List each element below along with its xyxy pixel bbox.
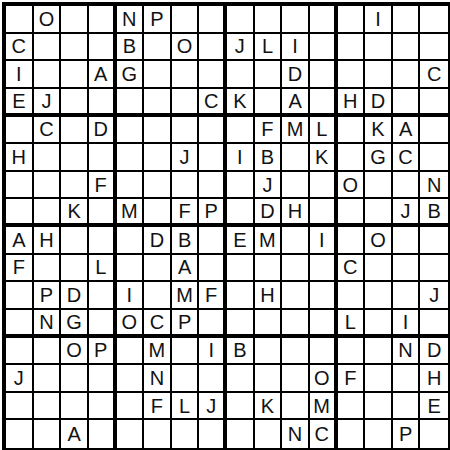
cell-r12c7-given-P: P [172,310,200,338]
cell-r7c7-empty[interactable] [172,172,200,200]
cell-r1c6-given-P: P [144,6,172,34]
cell-r13c11-empty[interactable] [282,338,310,366]
cell-r2c11-given-I: I [282,34,310,62]
cell-r7c13-given-O: O [338,172,366,200]
cell-r6c14-given-G: G [365,144,393,172]
cell-r2c14-empty[interactable] [365,34,393,62]
cell-r5c7-empty[interactable] [172,117,200,145]
cell-r1c3-empty[interactable] [61,6,89,34]
cell-r5c10-given-F: F [255,117,283,145]
cell-r12c14-empty[interactable] [365,310,393,338]
cell-r6c8-empty[interactable] [199,144,227,172]
cell-r13c8-given-I: I [199,338,227,366]
cell-r2c6-empty[interactable] [144,34,172,62]
cell-r10c2-empty[interactable] [34,255,62,283]
cell-r6c2-empty[interactable] [34,144,62,172]
cell-r8c12-empty[interactable] [310,199,338,227]
cell-r5c8-empty[interactable] [199,117,227,145]
cell-r12c5-given-O: O [117,310,145,338]
cell-r9c9-given-E: E [227,227,255,255]
cell-r2c5-given-B: B [117,34,145,62]
cell-r15c1-empty[interactable] [6,393,34,421]
cell-r5c1-empty[interactable] [6,117,34,145]
cell-r1c11-empty[interactable] [282,6,310,34]
cell-r11c14-empty[interactable] [365,282,393,310]
cell-r2c1-given-C: C [6,34,34,62]
cell-r11c15-empty[interactable] [393,282,421,310]
cell-r9c16-empty[interactable] [420,227,448,255]
cell-r5c6-empty[interactable] [144,117,172,145]
cell-r16c3-given-A: A [61,420,89,448]
cell-r16c4-empty[interactable] [89,420,117,448]
cell-r11c13-empty[interactable] [338,282,366,310]
cell-r13c1-empty[interactable] [6,338,34,366]
cell-r3c14-empty[interactable] [365,61,393,89]
cell-r1c1-empty[interactable] [6,6,34,34]
cell-r10c16-empty[interactable] [420,255,448,283]
cell-r6c13-empty[interactable] [338,144,366,172]
cell-r8c13-empty[interactable] [338,199,366,227]
cell-r9c2-given-H: H [34,227,62,255]
cell-r11c8-given-F: F [199,282,227,310]
cell-r10c1-given-F: F [6,255,34,283]
cell-r12c3-given-G: G [61,310,89,338]
cell-r14c4-empty[interactable] [89,365,117,393]
cell-r3c9-empty[interactable] [227,61,255,89]
cell-r14c2-empty[interactable] [34,365,62,393]
cell-r5c5-empty[interactable] [117,117,145,145]
cell-r13c9-given-B: B [227,338,255,366]
cell-r3c6-empty[interactable] [144,61,172,89]
cell-r9c6-given-D: D [144,227,172,255]
cell-r15c16-given-E: E [420,393,448,421]
cell-r11c9-empty[interactable] [227,282,255,310]
cell-r14c12-given-O: O [310,365,338,393]
cell-r3c13-empty[interactable] [338,61,366,89]
cell-r8c10-given-D: D [255,199,283,227]
cell-r4c3-empty[interactable] [61,89,89,117]
cell-r13c2-empty[interactable] [34,338,62,366]
cell-r2c13-empty[interactable] [338,34,366,62]
cell-r2c2-empty[interactable] [34,34,62,62]
cell-r4c16-empty[interactable] [420,89,448,117]
cell-r11c7-given-M: M [172,282,200,310]
cell-r8c3-given-K: K [61,199,89,227]
cell-r12c2-given-N: N [34,310,62,338]
cell-r14c16-given-H: H [420,365,448,393]
cell-r2c8-empty[interactable] [199,34,227,62]
cell-r14c13-given-F: F [338,365,366,393]
cell-r14c14-empty[interactable] [365,365,393,393]
cell-r4c4-empty[interactable] [89,89,117,117]
cell-r2c15-empty[interactable] [393,34,421,62]
cell-r10c6-empty[interactable] [144,255,172,283]
cell-r11c6-empty[interactable] [144,282,172,310]
cell-r2c7-given-O: O [172,34,200,62]
cell-r15c10-given-K: K [255,393,283,421]
cell-r8c11-given-H: H [282,199,310,227]
cell-r15c2-empty[interactable] [34,393,62,421]
cell-r16c6-empty[interactable] [144,420,172,448]
cell-r9c1-given-A: A [6,227,34,255]
cell-r14c11-empty[interactable] [282,365,310,393]
cell-r13c12-empty[interactable] [310,338,338,366]
cell-r2c3-empty[interactable] [61,34,89,62]
cell-r8c9-empty[interactable] [227,199,255,227]
cell-r4c1-given-E: E [6,89,34,117]
cell-r11c11-empty[interactable] [282,282,310,310]
cell-r1c12-empty[interactable] [310,6,338,34]
cell-r11c2-given-P: P [34,282,62,310]
cell-r15c7-given-L: L [172,393,200,421]
cell-r10c9-empty[interactable] [227,255,255,283]
cell-r13c4-given-P: P [89,338,117,366]
cell-r13c16-given-D: D [420,338,448,366]
cell-r15c3-empty[interactable] [61,393,89,421]
cell-r1c14-given-I: I [365,6,393,34]
cell-r5c14-given-K: K [365,117,393,145]
cell-r8c4-empty[interactable] [89,199,117,227]
cell-r5c11-given-M: M [282,117,310,145]
cell-r3c7-empty[interactable] [172,61,200,89]
cell-r8c15-given-J: J [393,199,421,227]
cell-r15c4-empty[interactable] [89,393,117,421]
cell-r4c2-given-J: J [34,89,62,117]
cell-r7c6-empty[interactable] [144,172,172,200]
cell-r2c10-given-L: L [255,34,283,62]
cell-r2c4-empty[interactable] [89,34,117,62]
cell-r4c11-given-A: A [282,89,310,117]
cell-r7c16-given-N: N [420,172,448,200]
cell-r10c3-empty[interactable] [61,255,89,283]
cell-r4c10-empty[interactable] [255,89,283,117]
cell-r1c15-empty[interactable] [393,6,421,34]
cell-r13c5-empty[interactable] [117,338,145,366]
cell-r10c12-empty[interactable] [310,255,338,283]
cell-r9c3-empty[interactable] [61,227,89,255]
cell-r3c2-empty[interactable] [34,61,62,89]
cell-r5c16-empty[interactable] [420,117,448,145]
cell-r9c8-empty[interactable] [199,227,227,255]
cell-r3c5-given-G: G [117,61,145,89]
cell-r3c4-given-A: A [89,61,117,89]
cell-r9c14-given-O: O [365,227,393,255]
cell-r6c16-empty[interactable] [420,144,448,172]
cell-r5c2-given-C: C [34,117,62,145]
cell-r11c4-empty[interactable] [89,282,117,310]
cell-r15c8-given-J: J [199,393,227,421]
cell-r12c16-empty[interactable] [420,310,448,338]
cell-r16c8-empty[interactable] [199,420,227,448]
cell-r5c9-empty[interactable] [227,117,255,145]
cell-r3c8-empty[interactable] [199,61,227,89]
cell-r8c2-empty[interactable] [34,199,62,227]
cell-r4c7-empty[interactable] [172,89,200,117]
cell-r10c7-given-A: A [172,255,200,283]
cell-r8c8-given-P: P [199,199,227,227]
cell-r10c10-empty[interactable] [255,255,283,283]
cell-r7c5-empty[interactable] [117,172,145,200]
cell-r6c4-empty[interactable] [89,144,117,172]
sudoku-board: ONPICBOJLIIAGDCEJCKAHDCDFMLKAHJIBKGCFJON… [2,2,450,450]
cell-r7c2-empty[interactable] [34,172,62,200]
cell-r1c4-empty[interactable] [89,6,117,34]
cell-r2c16-empty[interactable] [420,34,448,62]
cell-r1c2-given-O: O [34,6,62,34]
cell-r4c9-given-K: K [227,89,255,117]
cell-r13c6-given-M: M [144,338,172,366]
cell-r7c12-empty[interactable] [310,172,338,200]
cell-r16c11-given-N: N [282,420,310,448]
cell-r16c9-empty[interactable] [227,420,255,448]
cell-r4c13-given-H: H [338,89,366,117]
cell-r8c5-given-M: M [117,199,145,227]
cell-r3c3-empty[interactable] [61,61,89,89]
cell-r14c15-empty[interactable] [393,365,421,393]
cell-r3c16-given-C: C [420,61,448,89]
cell-r8c6-empty[interactable] [144,199,172,227]
cell-r13c15-given-N: N [393,338,421,366]
cell-r6c5-empty[interactable] [117,144,145,172]
cell-r6c3-empty[interactable] [61,144,89,172]
cell-r1c13-empty[interactable] [338,6,366,34]
cell-r8c16-given-B: B [420,199,448,227]
cell-r7c14-empty[interactable] [365,172,393,200]
cell-r4c12-empty[interactable] [310,89,338,117]
cell-r5c15-given-A: A [393,117,421,145]
cell-r5c4-given-D: D [89,117,117,145]
cell-r4c5-empty[interactable] [117,89,145,117]
cell-r15c15-empty[interactable] [393,393,421,421]
cell-r11c3-given-D: D [61,282,89,310]
cell-r10c5-empty[interactable] [117,255,145,283]
cell-r14c9-empty[interactable] [227,365,255,393]
cell-r15c9-empty[interactable] [227,393,255,421]
cell-r16c5-empty[interactable] [117,420,145,448]
cell-r16c16-empty[interactable] [420,420,448,448]
cell-r12c1-empty[interactable] [6,310,34,338]
cell-r3c11-given-D: D [282,61,310,89]
cell-r6c12-given-K: K [310,144,338,172]
cell-r7c10-given-J: J [255,172,283,200]
cell-r13c7-empty[interactable] [172,338,200,366]
cell-r4c8-given-C: C [199,89,227,117]
cell-r6c7-given-J: J [172,144,200,172]
cell-r11c16-given-J: J [420,282,448,310]
cell-r8c1-empty[interactable] [6,199,34,227]
cell-r7c9-empty[interactable] [227,172,255,200]
cell-r16c15-given-P: P [393,420,421,448]
cell-r6c10-given-B: B [255,144,283,172]
cell-r14c6-given-N: N [144,365,172,393]
cell-r16c10-empty[interactable] [255,420,283,448]
cell-r9c5-empty[interactable] [117,227,145,255]
cell-r12c13-given-L: L [338,310,366,338]
cell-r7c1-empty[interactable] [6,172,34,200]
cell-r10c8-empty[interactable] [199,255,227,283]
cell-r4c6-empty[interactable] [144,89,172,117]
cell-r13c14-empty[interactable] [365,338,393,366]
cell-r12c9-empty[interactable] [227,310,255,338]
cell-r12c6-given-C: C [144,310,172,338]
cell-r15c12-given-M: M [310,393,338,421]
cell-r14c5-empty[interactable] [117,365,145,393]
cell-r7c11-empty[interactable] [282,172,310,200]
cell-r12c11-empty[interactable] [282,310,310,338]
cell-r11c1-empty[interactable] [6,282,34,310]
cell-r8c7-given-F: F [172,199,200,227]
cell-r16c1-empty[interactable] [6,420,34,448]
cell-r12c15-given-I: I [393,310,421,338]
cell-r12c4-empty[interactable] [89,310,117,338]
cell-r4c14-given-D: D [365,89,393,117]
cell-r7c4-given-F: F [89,172,117,200]
cell-r9c12-given-I: I [310,227,338,255]
cell-r3c12-empty[interactable] [310,61,338,89]
cell-r14c7-empty[interactable] [172,365,200,393]
cell-r14c8-empty[interactable] [199,365,227,393]
cell-r16c13-empty[interactable] [338,420,366,448]
cell-r3c1-given-I: I [6,61,34,89]
cell-r5c13-empty[interactable] [338,117,366,145]
cell-r10c4-given-L: L [89,255,117,283]
cell-r13c10-empty[interactable] [255,338,283,366]
cell-r10c13-given-C: C [338,255,366,283]
cell-r15c11-empty[interactable] [282,393,310,421]
cell-r2c9-given-J: J [227,34,255,62]
cell-r1c16-empty[interactable] [420,6,448,34]
cell-r9c13-empty[interactable] [338,227,366,255]
cell-r14c3-empty[interactable] [61,365,89,393]
cell-r1c8-empty[interactable] [199,6,227,34]
cell-r16c7-empty[interactable] [172,420,200,448]
cell-r14c1-given-J: J [6,365,34,393]
cell-r13c3-given-O: O [61,338,89,366]
cell-r6c6-empty[interactable] [144,144,172,172]
cell-r12c8-empty[interactable] [199,310,227,338]
cell-r9c7-given-B: B [172,227,200,255]
cell-r1c10-empty[interactable] [255,6,283,34]
cell-r11c5-given-I: I [117,282,145,310]
cell-r10c14-empty[interactable] [365,255,393,283]
cell-r9c10-given-M: M [255,227,283,255]
cell-r2c12-empty[interactable] [310,34,338,62]
cell-r3c10-empty[interactable] [255,61,283,89]
cell-r14c10-empty[interactable] [255,365,283,393]
cell-r9c4-empty[interactable] [89,227,117,255]
cell-r9c15-empty[interactable] [393,227,421,255]
cell-r16c12-given-C: C [310,420,338,448]
cell-r16c14-empty[interactable] [365,420,393,448]
cell-r6c9-given-I: I [227,144,255,172]
cell-r8c14-empty[interactable] [365,199,393,227]
cell-r1c9-empty[interactable] [227,6,255,34]
cell-r11c10-given-H: H [255,282,283,310]
cell-r9c11-empty[interactable] [282,227,310,255]
cell-r15c13-empty[interactable] [338,393,366,421]
cell-r12c12-empty[interactable] [310,310,338,338]
cell-r15c6-given-F: F [144,393,172,421]
cell-r5c3-empty[interactable] [61,117,89,145]
cell-r12c10-empty[interactable] [255,310,283,338]
cell-r6c11-empty[interactable] [282,144,310,172]
cell-r15c5-empty[interactable] [117,393,145,421]
cell-r5c12-given-L: L [310,117,338,145]
cell-r11c12-empty[interactable] [310,282,338,310]
cell-r10c15-empty[interactable] [393,255,421,283]
cell-r7c3-empty[interactable] [61,172,89,200]
cell-r6c15-given-C: C [393,144,421,172]
cell-r1c7-empty[interactable] [172,6,200,34]
cell-r4c15-empty[interactable] [393,89,421,117]
cell-r16c2-empty[interactable] [34,420,62,448]
cell-r3c15-empty[interactable] [393,61,421,89]
cell-r10c11-empty[interactable] [282,255,310,283]
cell-r13c13-empty[interactable] [338,338,366,366]
cell-r7c15-empty[interactable] [393,172,421,200]
cell-r15c14-empty[interactable] [365,393,393,421]
cell-r6c1-given-H: H [6,144,34,172]
cell-r7c8-empty[interactable] [199,172,227,200]
cell-r1c5-given-N: N [117,6,145,34]
